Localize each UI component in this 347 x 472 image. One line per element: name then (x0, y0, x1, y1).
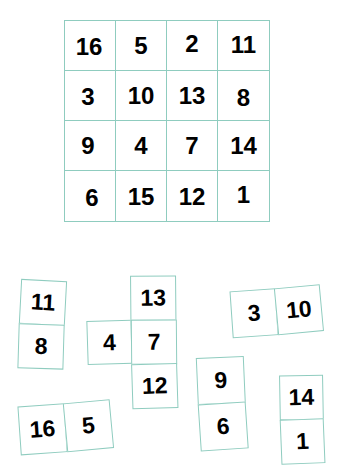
piece-9-6[interactable]: 9 6 (196, 356, 249, 451)
piece-16-5[interactable]: 16 5 (17, 399, 114, 455)
piece-cell[interactable]: 14 (279, 375, 324, 421)
board-cell-r3c1: 9 (65, 121, 116, 171)
cell-number: 2 (185, 30, 198, 58)
cell-number: 5 (134, 32, 147, 60)
piece-cell[interactable]: 16 (17, 403, 67, 455)
magic-square-board: 16 5 2 11 3 10 13 8 9 4 7 14 6 15 12 1 (64, 20, 270, 222)
piece-cell[interactable]: 5 (63, 399, 114, 452)
cell-number: 1 (237, 181, 250, 209)
piece-cell[interactable]: 13 (130, 275, 176, 320)
cell-number: 6 (85, 184, 98, 212)
piece-cell[interactable]: 11 (19, 279, 67, 326)
cell-number: 8 (237, 84, 250, 112)
piece-3-10[interactable]: 3 10 (229, 285, 323, 339)
piece-cell[interactable]: 3 (229, 288, 278, 338)
cell-number: 10 (128, 82, 155, 110)
cell-number: 3 (81, 83, 94, 111)
board-cell-r2c4: 8 (218, 71, 269, 121)
board-cell-r1c3: 2 (167, 21, 218, 71)
board-cell-r4c4: 1 (218, 171, 269, 221)
board-cell-r4c1: 6 (65, 171, 116, 221)
cell-number: 7 (185, 132, 198, 160)
board-cell-r3c2: 4 (116, 121, 167, 171)
cell-number: 9 (81, 132, 94, 160)
piece-11-8[interactable]: 11 8 (17, 279, 67, 370)
board-cell-r2c2: 10 (116, 71, 167, 121)
piece-13-4-7-12[interactable]: 13 4 7 12 (86, 275, 178, 409)
board-cell-r3c3: 7 (167, 121, 218, 171)
piece-cell[interactable]: 7 (131, 319, 177, 364)
piece-14-1[interactable]: 14 1 (279, 374, 325, 464)
board-cell-r1c1: 16 (65, 21, 116, 71)
cell-number: 11 (231, 31, 256, 59)
piece-cell[interactable]: 4 (86, 320, 132, 365)
piece-cell[interactable]: 9 (196, 356, 246, 405)
board-cell-r1c4: 11 (218, 21, 269, 71)
piece-cell[interactable]: 12 (131, 363, 178, 409)
cell-number: 13 (179, 82, 206, 110)
piece-cell[interactable]: 10 (274, 284, 324, 335)
cell-number: 4 (134, 132, 147, 160)
piece-cell[interactable]: 6 (198, 401, 249, 451)
board-cell-r1c2: 5 (116, 21, 167, 71)
piece-cell[interactable]: 1 (280, 418, 326, 465)
cell-number: 15 (128, 183, 155, 211)
board-cell-r2c3: 13 (167, 71, 218, 121)
cell-number: 14 (230, 132, 257, 160)
board-cell-r2c1: 3 (65, 71, 116, 121)
board-cell-r4c2: 15 (116, 171, 167, 221)
piece-cell[interactable]: 8 (17, 323, 64, 369)
board-cell-r4c3: 12 (167, 171, 218, 221)
cell-number: 12 (179, 183, 206, 211)
board-cell-r3c4: 14 (218, 121, 269, 171)
cell-number: 16 (76, 33, 103, 61)
